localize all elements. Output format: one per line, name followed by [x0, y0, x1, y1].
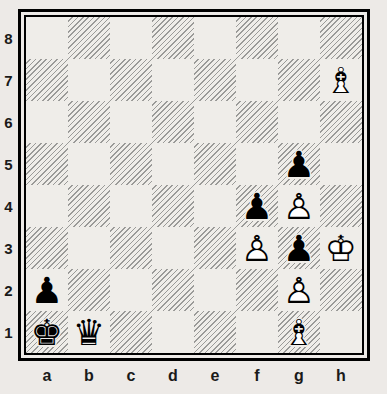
chess-board-frame: ♝♗♟♟♟♟♟♙♟♙♟♟♚♔♟♟♟♙♚♚♛♛♝♗	[18, 9, 370, 361]
rank-label-4: 4	[0, 185, 17, 227]
chess-diagram: 87654321 ♝♗♟♟♟♟♟♙♟♙♟♟♚♔♟♟♟♙♚♚♛♛♝♗ abcdef…	[0, 0, 387, 394]
square-b5[interactable]	[68, 143, 110, 185]
square-e6[interactable]	[194, 101, 236, 143]
file-label-h: h	[320, 361, 362, 391]
square-b1[interactable]: ♛♛	[68, 311, 110, 353]
square-b7[interactable]	[68, 59, 110, 101]
square-f4[interactable]: ♟♟	[236, 185, 278, 227]
square-g2[interactable]: ♟♙	[278, 269, 320, 311]
square-f6[interactable]	[236, 101, 278, 143]
white-bishop-glyph: ♗	[320, 59, 362, 101]
black-pawn-glyph: ♟	[278, 143, 320, 185]
piece-white-pawn[interactable]: ♟♙	[278, 269, 320, 311]
file-labels: abcdefgh	[26, 361, 362, 391]
file-label-c: c	[110, 361, 152, 391]
white-pawn-glyph: ♙	[236, 227, 278, 269]
square-e4[interactable]	[194, 185, 236, 227]
square-h6[interactable]	[320, 101, 362, 143]
rank-label-2: 2	[0, 269, 17, 311]
piece-black-queen[interactable]: ♛♛	[68, 311, 110, 353]
square-d2[interactable]	[152, 269, 194, 311]
white-bishop-glyph: ♗	[278, 311, 320, 353]
square-e2[interactable]	[194, 269, 236, 311]
square-g8[interactable]	[278, 17, 320, 59]
square-h2[interactable]	[320, 269, 362, 311]
board-grid: ♝♗♟♟♟♟♟♙♟♙♟♟♚♔♟♟♟♙♚♚♛♛♝♗	[26, 17, 362, 353]
rank-label-6: 6	[0, 101, 17, 143]
black-pawn-glyph: ♟	[26, 269, 68, 311]
square-d5[interactable]	[152, 143, 194, 185]
square-g1[interactable]: ♝♗	[278, 311, 320, 353]
square-c1[interactable]	[110, 311, 152, 353]
square-h1[interactable]	[320, 311, 362, 353]
white-pawn-glyph: ♙	[278, 185, 320, 227]
square-c5[interactable]	[110, 143, 152, 185]
white-king-glyph: ♔	[320, 227, 362, 269]
square-f8[interactable]	[236, 17, 278, 59]
piece-black-pawn[interactable]: ♟♟	[26, 269, 68, 311]
rank-label-7: 7	[0, 59, 17, 101]
square-c2[interactable]	[110, 269, 152, 311]
square-g7[interactable]	[278, 59, 320, 101]
square-b4[interactable]	[68, 185, 110, 227]
black-pawn-glyph: ♟	[236, 185, 278, 227]
square-h8[interactable]	[320, 17, 362, 59]
file-label-a: a	[26, 361, 68, 391]
square-e7[interactable]	[194, 59, 236, 101]
square-f2[interactable]	[236, 269, 278, 311]
rank-label-8: 8	[0, 17, 17, 59]
square-c3[interactable]	[110, 227, 152, 269]
white-pawn-glyph: ♙	[278, 269, 320, 311]
square-a2[interactable]: ♟♟	[26, 269, 68, 311]
file-label-g: g	[278, 361, 320, 391]
square-g3[interactable]: ♟♟	[278, 227, 320, 269]
square-g5[interactable]: ♟♟	[278, 143, 320, 185]
piece-black-king[interactable]: ♚♚	[26, 311, 68, 353]
square-d1[interactable]	[152, 311, 194, 353]
black-pawn-glyph: ♟	[278, 227, 320, 269]
square-d4[interactable]	[152, 185, 194, 227]
square-a3[interactable]	[26, 227, 68, 269]
square-e8[interactable]	[194, 17, 236, 59]
black-queen-glyph: ♛	[68, 311, 110, 353]
square-b3[interactable]	[68, 227, 110, 269]
piece-white-pawn[interactable]: ♟♙	[278, 185, 320, 227]
square-a4[interactable]	[26, 185, 68, 227]
square-d6[interactable]	[152, 101, 194, 143]
square-h4[interactable]	[320, 185, 362, 227]
square-h3[interactable]: ♚♔	[320, 227, 362, 269]
file-label-b: b	[68, 361, 110, 391]
square-h7[interactable]: ♝♗	[320, 59, 362, 101]
rank-labels: 87654321	[0, 17, 17, 353]
rank-label-3: 3	[0, 227, 17, 269]
square-a6[interactable]	[26, 101, 68, 143]
square-f3[interactable]: ♟♙	[236, 227, 278, 269]
square-a7[interactable]	[26, 59, 68, 101]
square-g4[interactable]: ♟♙	[278, 185, 320, 227]
piece-white-king[interactable]: ♚♔	[320, 227, 362, 269]
square-b8[interactable]	[68, 17, 110, 59]
square-e5[interactable]	[194, 143, 236, 185]
piece-white-bishop[interactable]: ♝♗	[278, 311, 320, 353]
square-f7[interactable]	[236, 59, 278, 101]
square-c7[interactable]	[110, 59, 152, 101]
square-a5[interactable]	[26, 143, 68, 185]
square-c4[interactable]	[110, 185, 152, 227]
file-label-e: e	[194, 361, 236, 391]
square-a8[interactable]	[26, 17, 68, 59]
square-d8[interactable]	[152, 17, 194, 59]
square-a1[interactable]: ♚♚	[26, 311, 68, 353]
rank-label-1: 1	[0, 311, 17, 353]
square-c8[interactable]	[110, 17, 152, 59]
piece-black-pawn[interactable]: ♟♟	[236, 185, 278, 227]
square-f1[interactable]	[236, 311, 278, 353]
piece-black-pawn[interactable]: ♟♟	[278, 227, 320, 269]
square-b6[interactable]	[68, 101, 110, 143]
piece-black-pawn[interactable]: ♟♟	[278, 143, 320, 185]
file-label-d: d	[152, 361, 194, 391]
square-c6[interactable]	[110, 101, 152, 143]
square-f5[interactable]	[236, 143, 278, 185]
piece-white-pawn[interactable]: ♟♙	[236, 227, 278, 269]
chess-board-border: ♝♗♟♟♟♟♟♙♟♙♟♟♚♔♟♟♟♙♚♚♛♛♝♗	[24, 15, 364, 355]
square-d3[interactable]	[152, 227, 194, 269]
square-e3[interactable]	[194, 227, 236, 269]
black-king-glyph: ♚	[26, 311, 68, 353]
square-d7[interactable]	[152, 59, 194, 101]
piece-white-bishop[interactable]: ♝♗	[320, 59, 362, 101]
square-h5[interactable]	[320, 143, 362, 185]
square-e1[interactable]	[194, 311, 236, 353]
square-b2[interactable]	[68, 269, 110, 311]
rank-label-5: 5	[0, 143, 17, 185]
square-g6[interactable]	[278, 101, 320, 143]
file-label-f: f	[236, 361, 278, 391]
